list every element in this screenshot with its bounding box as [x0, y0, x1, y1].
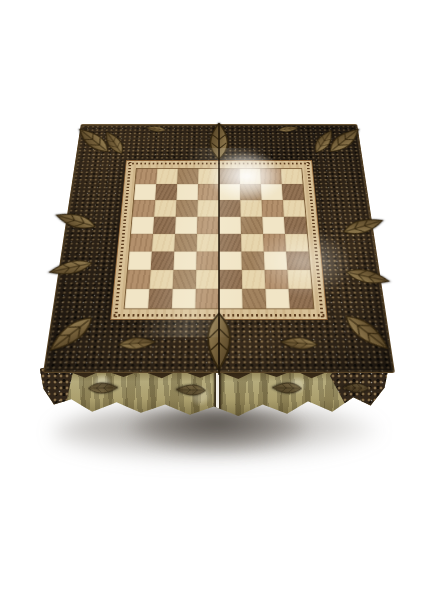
board-square — [219, 289, 243, 309]
board-square — [131, 217, 154, 234]
board-square — [240, 200, 262, 217]
board-square — [156, 169, 178, 184]
board-square — [289, 289, 314, 309]
board-square — [196, 270, 219, 289]
board-square — [128, 252, 152, 270]
frame-corner-wrap-left — [40, 367, 74, 410]
board-square — [262, 200, 284, 217]
board-square — [219, 200, 241, 217]
board-square — [285, 234, 309, 252]
board-square — [240, 184, 262, 200]
board-square — [265, 289, 289, 309]
board-square — [196, 252, 219, 270]
board-square — [129, 234, 153, 252]
board-square — [174, 234, 197, 252]
board-square — [152, 234, 175, 252]
board-square — [241, 252, 264, 270]
board-square — [260, 169, 282, 184]
board-square — [242, 289, 266, 309]
board-square — [219, 217, 241, 234]
board-square — [219, 252, 242, 270]
board-square — [197, 217, 219, 234]
board-square — [284, 217, 307, 234]
board-square — [282, 184, 304, 200]
carved-leaf-icon — [118, 315, 157, 374]
board-square — [154, 200, 176, 217]
board-square — [132, 200, 155, 217]
cast-shadow-core — [128, 408, 308, 452]
board-square — [197, 200, 219, 217]
board-square — [155, 184, 177, 200]
board-square — [240, 169, 261, 184]
board-square — [172, 289, 196, 309]
fold-seam — [218, 123, 220, 374]
board-square — [195, 289, 219, 309]
board-square — [173, 252, 196, 270]
board-square — [219, 270, 242, 289]
chess-board-case-top — [43, 124, 395, 373]
board-square — [148, 289, 172, 309]
board-square — [135, 169, 157, 184]
board-square — [198, 169, 219, 184]
board-square — [134, 184, 156, 200]
board-square — [263, 234, 286, 252]
board-square — [125, 289, 150, 309]
board-square — [283, 200, 306, 217]
board-square — [219, 169, 240, 184]
board-square — [219, 234, 241, 252]
board-square — [198, 184, 219, 200]
board-square — [173, 270, 197, 289]
board-square — [281, 169, 303, 184]
board-square — [241, 234, 264, 252]
photo-stage — [0, 0, 424, 600]
board-square — [176, 184, 198, 200]
carved-leaf-icon — [279, 315, 318, 374]
board-square — [219, 184, 240, 200]
board-square — [261, 184, 283, 200]
board-square — [242, 270, 266, 289]
board-square — [176, 200, 198, 217]
board-square — [175, 217, 197, 234]
board-square — [149, 270, 173, 289]
board-square — [177, 169, 198, 184]
board-square — [265, 270, 289, 289]
board-square — [126, 270, 150, 289]
board-square — [197, 234, 219, 252]
board-square — [287, 270, 311, 289]
board-square — [241, 217, 263, 234]
board-square — [153, 217, 176, 234]
board-square — [262, 217, 285, 234]
board-square — [286, 252, 310, 270]
board-square — [264, 252, 288, 270]
board-square — [151, 252, 175, 270]
